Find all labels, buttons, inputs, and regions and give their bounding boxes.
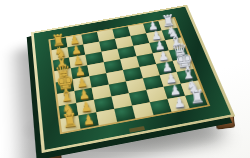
camera-tilt-wrapper: ♜♟♟♜♞♟♟♞♝♟♟♝♛♟♟♛♚♟♟♚♝♟♟♝♞♟♟♞♜♟♟♜ [0,0,250,158]
piece-bP[interactable]: ♟ [170,95,190,110]
piece-wP[interactable]: ♟ [79,112,99,127]
chess-board: ♜♟♟♜♞♟♟♞♝♟♟♝♛♟♟♛♚♟♟♚♝♟♟♝♞♟♟♞♜♟♟♜ [31,5,235,153]
perspective-scene: ♜♟♟♜♞♟♟♞♝♟♟♝♛♟♟♛♚♟♟♚♝♟♟♝♞♟♟♞♜♟♟♜ [0,0,250,158]
piece-bR[interactable]: ♜ [187,88,207,107]
piece-wR[interactable]: ♜ [60,111,81,131]
chess-set-photo: ♜♟♟♜♞♟♟♞♝♟♟♝♛♟♟♛♚♟♟♚♝♟♟♝♞♟♟♞♜♟♟♜ [0,0,250,158]
